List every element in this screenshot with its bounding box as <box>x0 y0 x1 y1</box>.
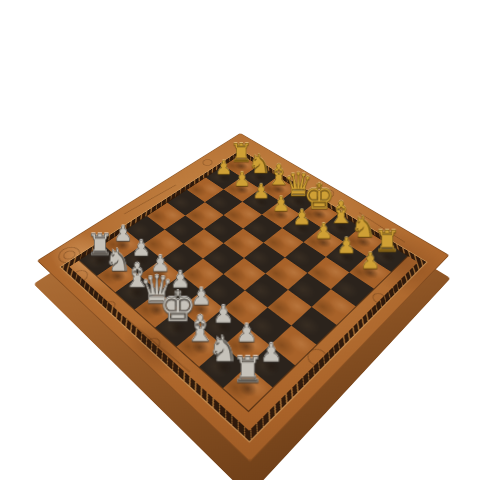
map-decoration <box>370 291 388 305</box>
square-g4[interactable] <box>268 290 312 326</box>
square-g5[interactable] <box>288 273 331 307</box>
board-surface <box>37 133 450 463</box>
map-decoration <box>103 299 118 311</box>
map-decoration <box>69 268 91 285</box>
square-f5[interactable] <box>265 257 307 289</box>
square-h5[interactable] <box>312 289 356 325</box>
piece-black-pawn-h7[interactable]: ♟ <box>348 250 393 272</box>
square-h4[interactable] <box>291 307 336 345</box>
photo-stage: ♜♞♝♛♚♝♞♜♟♟♟♟♟♟♟♟♟♟♟♟♟♟♟♟♜♞♝♛♚♝♞♜ <box>0 0 480 480</box>
square-e4[interactable] <box>223 258 265 290</box>
piece-white-rook-h1[interactable]: ♜ <box>221 352 274 388</box>
chess-board: ♜♞♝♛♚♝♞♜♟♟♟♟♟♟♟♟♟♟♟♟♟♟♟♟♜♞♝♛♚♝♞♜ <box>37 133 450 463</box>
chessboard-scene: ♜♞♝♛♚♝♞♜♟♟♟♟♟♟♟♟♟♟♟♟♟♟♟♟♜♞♝♛♚♝♞♜ <box>0 0 480 480</box>
square-f4[interactable] <box>245 274 288 308</box>
map-decoration <box>144 335 163 351</box>
map-decoration <box>303 345 331 369</box>
